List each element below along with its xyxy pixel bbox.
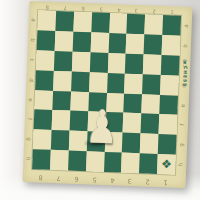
square-a3[interactable] — [127, 14, 146, 35]
square-e7[interactable] — [52, 90, 71, 111]
square-g7[interactable] — [51, 130, 70, 151]
square-d3[interactable] — [124, 73, 143, 94]
square-f1[interactable] — [159, 114, 178, 135]
rank-label-top-5: 5 — [92, 4, 110, 12]
square-b3[interactable] — [126, 34, 145, 55]
rank-label-top-3: 3 — [128, 6, 146, 14]
square-c3[interactable] — [125, 53, 144, 74]
square-a4[interactable] — [109, 13, 128, 34]
square-f8[interactable] — [34, 110, 53, 131]
brand-text: CHESS — [182, 66, 187, 88]
square-a1[interactable] — [162, 15, 181, 36]
square-b5[interactable] — [90, 32, 109, 53]
rank-label-bottom-6: 6 — [67, 173, 85, 183]
square-a5[interactable] — [91, 12, 110, 33]
rank-label-top-1: 1 — [163, 7, 181, 15]
square-h6[interactable] — [68, 151, 87, 172]
square-e1[interactable] — [159, 95, 178, 116]
square-a7[interactable] — [55, 11, 74, 32]
square-b8[interactable] — [37, 30, 56, 51]
square-c8[interactable] — [36, 50, 55, 71]
square-c6[interactable] — [72, 51, 91, 72]
square-a8[interactable] — [37, 10, 56, 31]
square-c7[interactable] — [54, 51, 73, 72]
rank-label-top-4: 4 — [110, 5, 128, 13]
square-c1[interactable] — [161, 55, 180, 76]
rank-label-top-8: 8 — [38, 2, 56, 10]
square-h3[interactable] — [121, 153, 140, 174]
square-b1[interactable] — [162, 35, 181, 56]
piece-white-pawn-g5[interactable]: ♟ — [85, 103, 109, 150]
square-d7[interactable] — [53, 71, 72, 92]
square-h4[interactable] — [104, 152, 123, 173]
square-b6[interactable] — [72, 32, 91, 53]
square-c4[interactable] — [107, 53, 126, 74]
square-e2[interactable] — [142, 94, 161, 115]
crown-icon: ♛ — [182, 59, 188, 65]
square-b4[interactable] — [108, 33, 127, 54]
square-b7[interactable] — [55, 31, 74, 52]
rank-label-top-7: 7 — [56, 3, 74, 11]
square-h1[interactable]: ❖ — [157, 154, 176, 175]
square-d4[interactable] — [107, 73, 126, 94]
square-g2[interactable] — [140, 134, 159, 155]
square-h7[interactable] — [50, 150, 69, 171]
rank-label-bottom-5: 5 — [85, 173, 103, 183]
brand-logo: ♛ CHESS — [178, 59, 190, 88]
square-g1[interactable] — [158, 134, 177, 155]
square-d2[interactable] — [142, 74, 161, 95]
square-d8[interactable] — [35, 70, 54, 91]
square-e8[interactable] — [34, 90, 53, 111]
square-d6[interactable] — [71, 71, 90, 92]
photo-scene: 87654321 87654321 abcdefgh abcdefgh ♛ CH… — [0, 0, 200, 200]
rank-label-bottom-4: 4 — [103, 174, 121, 184]
square-e3[interactable] — [124, 93, 143, 114]
rank-label-bottom-3: 3 — [121, 175, 139, 185]
square-f3[interactable] — [123, 113, 142, 134]
square-d1[interactable] — [160, 75, 179, 96]
square-g8[interactable] — [33, 129, 52, 150]
square-a2[interactable] — [145, 14, 164, 35]
rank-label-bottom-2: 2 — [139, 175, 157, 185]
square-c5[interactable] — [89, 52, 108, 73]
rank-label-top-2: 2 — [145, 6, 163, 14]
square-h2[interactable] — [139, 153, 158, 174]
square-h8[interactable] — [32, 149, 51, 170]
square-a6[interactable] — [73, 12, 92, 33]
rank-label-bottom-8: 8 — [32, 171, 50, 181]
square-d5[interactable] — [89, 72, 108, 93]
square-h5[interactable] — [86, 151, 105, 172]
square-f2[interactable] — [141, 114, 160, 135]
square-g3[interactable] — [122, 133, 141, 154]
square-c2[interactable] — [143, 54, 162, 75]
rank-label-bottom-1: 1 — [157, 176, 175, 186]
square-f7[interactable] — [51, 110, 70, 131]
rank-label-top-6: 6 — [74, 4, 92, 12]
square-b2[interactable] — [144, 34, 163, 55]
chess-mat: 87654321 87654321 abcdefgh abcdefgh ♛ CH… — [23, 1, 193, 188]
corner-emblem-icon: ❖ — [157, 154, 176, 175]
rank-label-bottom-7: 7 — [50, 172, 68, 182]
